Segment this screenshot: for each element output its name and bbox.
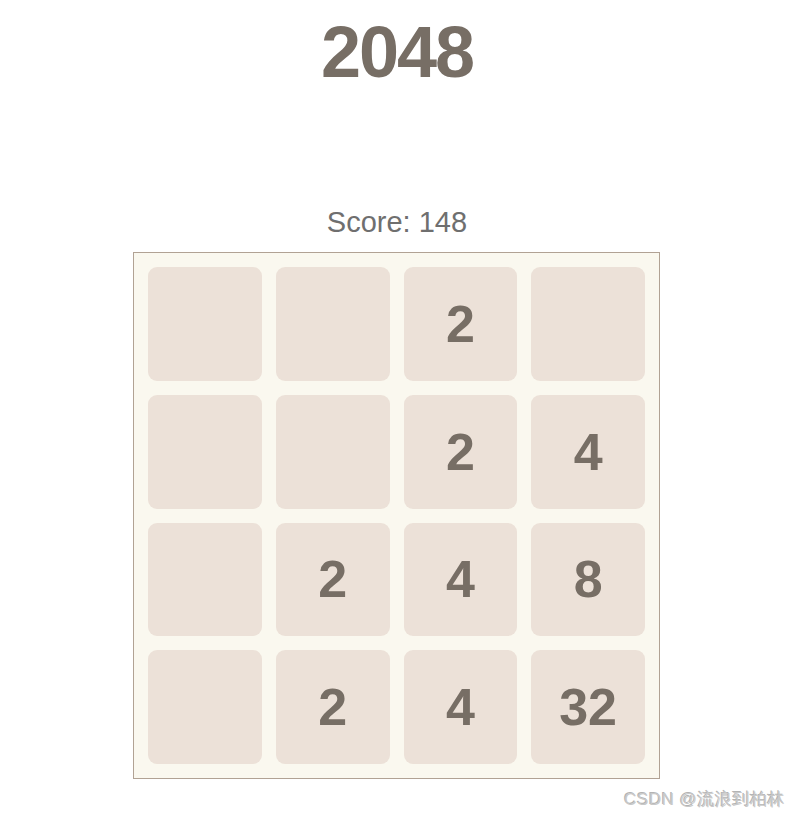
cell-r2c2	[276, 395, 390, 509]
cell-r2c4: 4	[531, 395, 645, 509]
game-board: 2 2 4 2 4 8 2 4 32	[133, 252, 660, 779]
cell-r1c4	[531, 267, 645, 381]
cell-r4c1	[148, 650, 262, 764]
cell-r3c3: 4	[404, 523, 518, 637]
cell-r1c3: 2	[404, 267, 518, 381]
cell-r1c1	[148, 267, 262, 381]
cell-r3c2: 2	[276, 523, 390, 637]
cell-r2c3: 2	[404, 395, 518, 509]
cell-r4c2: 2	[276, 650, 390, 764]
watermark: CSDN @流浪到柏林	[624, 789, 785, 811]
game-title: 2048	[0, 16, 794, 88]
cell-r3c4: 8	[531, 523, 645, 637]
cell-r2c1	[148, 395, 262, 509]
score-display: Score: 148	[0, 206, 794, 239]
cell-r4c3: 4	[404, 650, 518, 764]
cell-r3c1	[148, 523, 262, 637]
cell-r1c2	[276, 267, 390, 381]
cell-r4c4: 32	[531, 650, 645, 764]
